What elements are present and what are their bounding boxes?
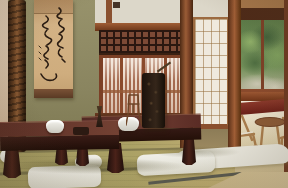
wooden-stand — [126, 92, 142, 126]
nail-cover — [113, 2, 120, 8]
table-shadow — [6, 158, 186, 174]
right-pillar — [228, 0, 241, 152]
window-mullion — [261, 20, 264, 98]
lattice-transom — [99, 30, 181, 55]
white-bowl — [46, 120, 64, 133]
japanese-room-photo — [0, 0, 288, 188]
calligraphy-ink-columns — [34, 0, 73, 98]
shoji-panel — [193, 17, 229, 129]
calligraphy-scroll — [34, 0, 73, 98]
garden-window-glass — [241, 20, 288, 98]
rattan-table-top — [255, 118, 285, 127]
carved-wood-sculpture — [142, 73, 165, 128]
table-apron — [0, 135, 119, 151]
scroll-roller — [34, 89, 73, 98]
dark-box — [73, 127, 89, 135]
slat-mullion — [120, 58, 123, 117]
